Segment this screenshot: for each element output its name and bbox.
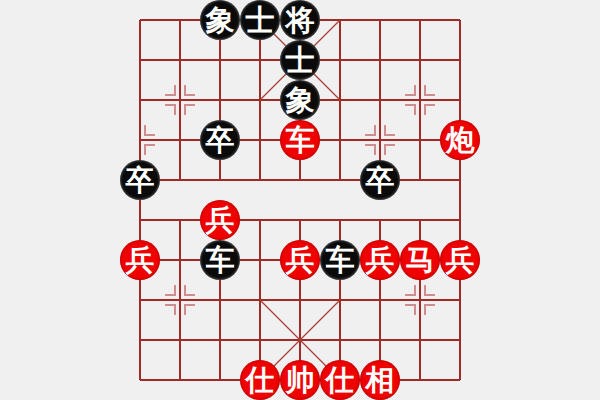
point-marker [425,105,435,115]
piece-black-chariot[interactable]: 车 [320,240,360,280]
piece-black-chariot[interactable]: 车 [200,240,240,280]
point-marker [425,305,435,315]
piece-black-general[interactable]: 将 [280,0,320,40]
piece-red-cannon[interactable]: 炮 [440,120,480,160]
piece-black-pawn[interactable]: 卒 [120,160,160,200]
piece-red-pawn[interactable]: 兵 [120,240,160,280]
point-marker [185,105,195,115]
point-marker [405,305,415,315]
piece-black-advisor[interactable]: 士 [280,40,320,80]
point-marker [145,145,155,155]
piece-red-pawn[interactable]: 兵 [440,240,480,280]
point-marker [185,305,195,315]
piece-black-elephant[interactable]: 象 [280,80,320,120]
piece-red-elephant[interactable]: 相 [360,360,400,400]
point-marker [365,125,375,135]
point-marker [185,285,195,295]
piece-red-pawn[interactable]: 兵 [360,240,400,280]
piece-black-elephant[interactable]: 象 [200,0,240,40]
point-marker [405,105,415,115]
piece-black-advisor[interactable]: 士 [240,0,280,40]
piece-black-pawn[interactable]: 卒 [360,160,400,200]
point-marker [145,125,155,135]
point-marker [425,85,435,95]
piece-red-advisor[interactable]: 仕 [240,360,280,400]
point-marker [165,305,175,315]
point-marker [405,85,415,95]
point-marker [385,125,395,135]
point-marker [385,145,395,155]
point-marker [365,145,375,155]
point-marker [165,85,175,95]
point-marker [165,285,175,295]
piece-red-advisor[interactable]: 仕 [320,360,360,400]
xiangqi-board: 象士将士象卒车炮卒卒兵兵车兵车兵马兵仕帅仕相 [0,0,600,400]
point-marker [425,285,435,295]
piece-red-general[interactable]: 帅 [280,360,320,400]
point-marker [185,85,195,95]
piece-red-chariot[interactable]: 车 [280,120,320,160]
point-marker [405,285,415,295]
point-marker [165,105,175,115]
piece-red-pawn[interactable]: 兵 [200,200,240,240]
piece-black-pawn[interactable]: 卒 [200,120,240,160]
piece-red-pawn[interactable]: 兵 [280,240,320,280]
piece-red-horse[interactable]: 马 [400,240,440,280]
